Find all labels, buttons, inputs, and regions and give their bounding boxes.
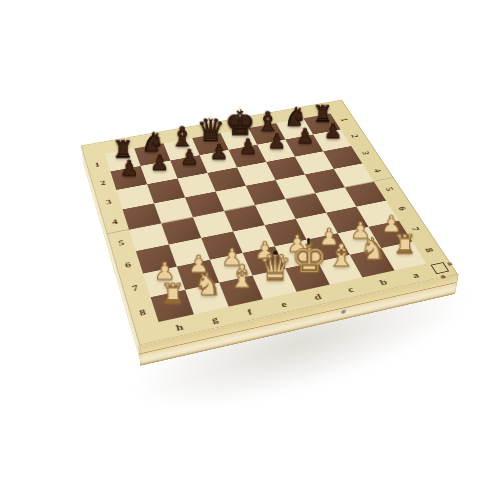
piece-light-knight-g8: ♞ (185, 283, 229, 315)
product-photo-stage: 1122334455667788hgfedcba a a ♜♞♝♛♚♝♞♜♟♟♟… (0, 0, 500, 500)
light-knight-glyph: ♞ (190, 269, 226, 300)
light-bishop-glyph: ♝ (224, 261, 259, 293)
light-king-glyph: ♚ (291, 238, 326, 278)
piece-light-bishop-f8: ♝ (219, 275, 263, 306)
king-spike-finial (238, 105, 240, 111)
board-surface: 1122334455667788hgfedcba a a ♜♞♝♛♚♝♞♜♟♟♟… (81, 100, 458, 346)
light-rook-glyph: ♜ (155, 280, 191, 308)
piece-light-rook-h8: ♜ (151, 290, 194, 322)
light-bishop-glyph: ♝ (324, 240, 359, 271)
scene: 1122334455667788hgfedcba a a ♜♞♝♛♚♝♞♜♟♟♟… (0, 0, 500, 500)
light-knight-glyph: ♞ (356, 235, 390, 265)
king-spike-finial (307, 237, 310, 245)
queen-ball-finial (209, 116, 213, 120)
light-queen-glyph: ♛ (258, 249, 293, 286)
light-rook-glyph: ♜ (388, 231, 422, 258)
chess-board: 1122334455667788hgfedcba a a ♜♞♝♛♚♝♞♜♟♟♟… (81, 100, 458, 346)
queen-ball-finial (273, 251, 277, 255)
hinge-pin-icon (342, 309, 346, 313)
